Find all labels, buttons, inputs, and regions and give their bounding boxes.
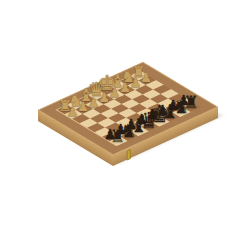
brass-clasp-icon [127, 149, 131, 161]
board-top [38, 62, 218, 155]
product-photo-scene: ♜♞♝♛♚♝♞♜♟♟♟♟♟♟♟♟♟♟♟♟♟♟♟♟♜♞♝♛♚♝♞♜ [0, 0, 248, 248]
